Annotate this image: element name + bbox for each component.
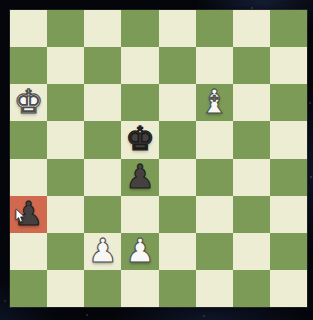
square-a2[interactable] bbox=[10, 233, 47, 270]
square-c5[interactable] bbox=[84, 121, 121, 158]
square-d7[interactable] bbox=[121, 47, 158, 84]
space-background: ♚♝♚♟♟♟♟ bbox=[0, 0, 313, 320]
square-c4[interactable] bbox=[84, 159, 121, 196]
square-f6[interactable]: ♝ bbox=[196, 84, 233, 121]
square-f4[interactable] bbox=[196, 159, 233, 196]
square-f1[interactable] bbox=[196, 270, 233, 307]
square-b8[interactable] bbox=[47, 10, 84, 47]
square-b3[interactable] bbox=[47, 196, 84, 233]
white-king[interactable]: ♚ bbox=[10, 84, 47, 121]
square-d3[interactable] bbox=[121, 196, 158, 233]
square-a5[interactable] bbox=[10, 121, 47, 158]
square-e6[interactable] bbox=[159, 84, 196, 121]
square-g2[interactable] bbox=[233, 233, 270, 270]
square-c2[interactable]: ♟ bbox=[84, 233, 121, 270]
square-d5[interactable]: ♚ bbox=[121, 121, 158, 158]
square-a1[interactable] bbox=[10, 270, 47, 307]
square-h7[interactable] bbox=[270, 47, 307, 84]
square-g1[interactable] bbox=[233, 270, 270, 307]
square-h8[interactable] bbox=[270, 10, 307, 47]
square-d2[interactable]: ♟ bbox=[121, 233, 158, 270]
square-a6[interactable]: ♚ bbox=[10, 84, 47, 121]
square-e5[interactable] bbox=[159, 121, 196, 158]
square-h3[interactable] bbox=[270, 196, 307, 233]
square-g6[interactable] bbox=[233, 84, 270, 121]
square-g8[interactable] bbox=[233, 10, 270, 47]
square-a7[interactable] bbox=[10, 47, 47, 84]
square-e3[interactable] bbox=[159, 196, 196, 233]
white-pawn[interactable]: ♟ bbox=[121, 233, 158, 270]
square-b4[interactable] bbox=[47, 159, 84, 196]
black-king[interactable]: ♚ bbox=[121, 121, 158, 158]
square-c6[interactable] bbox=[84, 84, 121, 121]
star-dot bbox=[4, 300, 6, 302]
square-f5[interactable] bbox=[196, 121, 233, 158]
square-c7[interactable] bbox=[84, 47, 121, 84]
square-h4[interactable] bbox=[270, 159, 307, 196]
square-e7[interactable] bbox=[159, 47, 196, 84]
square-b7[interactable] bbox=[47, 47, 84, 84]
square-f8[interactable] bbox=[196, 10, 233, 47]
white-pawn[interactable]: ♟ bbox=[84, 233, 121, 270]
star-dot bbox=[309, 102, 311, 104]
square-f2[interactable] bbox=[196, 233, 233, 270]
square-h5[interactable] bbox=[270, 121, 307, 158]
square-d8[interactable] bbox=[121, 10, 158, 47]
square-c3[interactable] bbox=[84, 196, 121, 233]
star-dot bbox=[310, 176, 312, 178]
square-g3[interactable] bbox=[233, 196, 270, 233]
square-b5[interactable] bbox=[47, 121, 84, 158]
star-dot bbox=[251, 7, 253, 9]
square-c8[interactable] bbox=[84, 10, 121, 47]
square-d4[interactable]: ♟ bbox=[121, 159, 158, 196]
square-h2[interactable] bbox=[270, 233, 307, 270]
square-a8[interactable] bbox=[10, 10, 47, 47]
star-dot bbox=[203, 315, 205, 317]
square-e8[interactable] bbox=[159, 10, 196, 47]
square-c1[interactable] bbox=[84, 270, 121, 307]
square-h6[interactable] bbox=[270, 84, 307, 121]
square-b1[interactable] bbox=[47, 270, 84, 307]
square-d1[interactable] bbox=[121, 270, 158, 307]
square-a3[interactable]: ♟ bbox=[10, 196, 47, 233]
chess-board[interactable]: ♚♝♚♟♟♟♟ bbox=[10, 10, 307, 307]
square-b2[interactable] bbox=[47, 233, 84, 270]
square-b6[interactable] bbox=[47, 84, 84, 121]
square-e1[interactable] bbox=[159, 270, 196, 307]
black-pawn[interactable]: ♟ bbox=[121, 159, 158, 196]
square-e2[interactable] bbox=[159, 233, 196, 270]
square-a4[interactable] bbox=[10, 159, 47, 196]
square-g7[interactable] bbox=[233, 47, 270, 84]
square-g5[interactable] bbox=[233, 121, 270, 158]
square-g4[interactable] bbox=[233, 159, 270, 196]
square-d6[interactable] bbox=[121, 84, 158, 121]
square-f3[interactable] bbox=[196, 196, 233, 233]
square-h1[interactable] bbox=[270, 270, 307, 307]
white-bishop[interactable]: ♝ bbox=[196, 84, 233, 121]
star-dot bbox=[86, 314, 88, 316]
square-f7[interactable] bbox=[196, 47, 233, 84]
black-pawn[interactable]: ♟ bbox=[10, 196, 47, 233]
square-e4[interactable] bbox=[159, 159, 196, 196]
